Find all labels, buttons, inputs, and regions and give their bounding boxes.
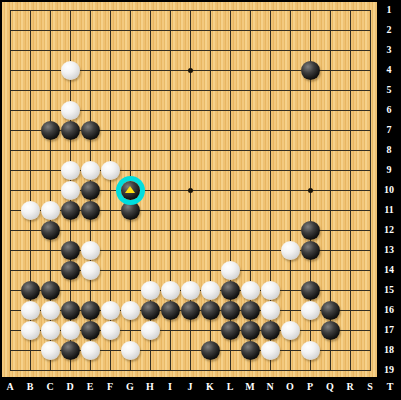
white-stone-B11 [21,201,40,220]
black-stone-E16 [81,301,100,320]
black-stone-M16 [241,301,260,320]
row-label-7: 7 [377,124,401,136]
black-stone-Q17 [321,321,340,340]
white-stone-G16 [121,301,140,320]
row-label-4: 4 [377,64,401,76]
column-label-F: F [100,381,120,393]
black-stone-C15 [41,281,60,300]
black-stone-P4 [301,61,320,80]
white-stone-H15 [141,281,160,300]
column-label-I: I [160,381,180,393]
white-stone-G18 [121,341,140,360]
black-stone-C7 [41,121,60,140]
white-stone-N16 [261,301,280,320]
black-stone-B15 [21,281,40,300]
black-stone-D14 [61,261,80,280]
black-stone-D7 [61,121,80,140]
black-stone-P13 [301,241,320,260]
white-stone-P16 [301,301,320,320]
black-stone-K16 [201,301,220,320]
row-label-8: 8 [377,144,401,156]
white-stone-N15 [261,281,280,300]
column-label-K: K [200,381,220,393]
white-stone-O13 [281,241,300,260]
row-label-2: 2 [377,24,401,36]
star-point [188,68,193,73]
row-label-11: 11 [377,204,401,216]
row-label-17: 17 [377,324,401,336]
white-stone-D9 [61,161,80,180]
column-label-H: H [140,381,160,393]
column-label-B: B [20,381,40,393]
go-grid [0,0,380,380]
black-stone-C12 [41,221,60,240]
white-stone-D6 [61,101,80,120]
white-stone-F16 [101,301,120,320]
black-stone-E11 [81,201,100,220]
white-stone-E9 [81,161,100,180]
row-label-18: 18 [377,344,401,356]
column-label-M: M [240,381,260,393]
black-stone-N17 [261,321,280,340]
white-stone-C17 [41,321,60,340]
white-stone-L14 [221,261,240,280]
white-stone-I15 [161,281,180,300]
row-label-13: 13 [377,244,401,256]
white-stone-F9 [101,161,120,180]
white-stone-C16 [41,301,60,320]
row-label-1: 1 [377,4,401,16]
black-stone-D18 [61,341,80,360]
white-stone-O17 [281,321,300,340]
row-label-19: 19 [377,364,401,376]
last-move-black-stone-G10 [121,181,140,200]
black-stone-Q16 [321,301,340,320]
star-point [308,188,313,193]
white-stone-E13 [81,241,100,260]
black-stone-J16 [181,301,200,320]
black-stone-L16 [221,301,240,320]
row-label-16: 16 [377,304,401,316]
white-stone-C18 [41,341,60,360]
black-stone-I16 [161,301,180,320]
white-stone-B17 [21,321,40,340]
column-label-A: A [0,381,20,393]
go-app-screen: 12345678910111213141516171819 ABCDEFGHIJ… [0,0,401,400]
row-coordinate-labels: 12345678910111213141516171819 [377,0,401,400]
white-stone-E14 [81,261,100,280]
column-label-C: C [40,381,60,393]
black-stone-D16 [61,301,80,320]
column-label-T: T [380,381,400,393]
black-stone-D11 [61,201,80,220]
column-coordinate-labels: ABCDEFGHIJKLMNOPQRST [0,377,401,400]
row-label-12: 12 [377,224,401,236]
column-label-P: P [300,381,320,393]
white-stone-K15 [201,281,220,300]
black-stone-P12 [301,221,320,240]
white-stone-H17 [141,321,160,340]
black-stone-K18 [201,341,220,360]
black-stone-H16 [141,301,160,320]
column-label-Q: Q [320,381,340,393]
black-stone-G11 [121,201,140,220]
black-stone-P15 [301,281,320,300]
black-stone-D13 [61,241,80,260]
black-stone-E17 [81,321,100,340]
white-stone-J15 [181,281,200,300]
column-label-J: J [180,381,200,393]
row-label-14: 14 [377,264,401,276]
row-label-5: 5 [377,84,401,96]
column-label-L: L [220,381,240,393]
white-stone-C11 [41,201,60,220]
black-stone-E7 [81,121,100,140]
row-label-6: 6 [377,104,401,116]
white-stone-D17 [61,321,80,340]
last-move-triangle-marker [125,186,135,193]
column-label-O: O [280,381,300,393]
column-label-S: S [360,381,380,393]
column-label-N: N [260,381,280,393]
column-label-D: D [60,381,80,393]
column-label-E: E [80,381,100,393]
row-label-3: 3 [377,44,401,56]
row-label-15: 15 [377,284,401,296]
black-stone-M17 [241,321,260,340]
black-stone-M18 [241,341,260,360]
white-stone-E18 [81,341,100,360]
star-point [188,188,193,193]
row-label-9: 9 [377,164,401,176]
go-board[interactable] [2,2,377,377]
white-stone-D4 [61,61,80,80]
white-stone-B16 [21,301,40,320]
black-stone-L17 [221,321,240,340]
white-stone-P18 [301,341,320,360]
white-stone-M15 [241,281,260,300]
black-stone-E10 [81,181,100,200]
column-label-G: G [120,381,140,393]
white-stone-D10 [61,181,80,200]
white-stone-N18 [261,341,280,360]
white-stone-F17 [101,321,120,340]
column-label-R: R [340,381,360,393]
black-stone-L15 [221,281,240,300]
row-label-10: 10 [377,184,401,196]
